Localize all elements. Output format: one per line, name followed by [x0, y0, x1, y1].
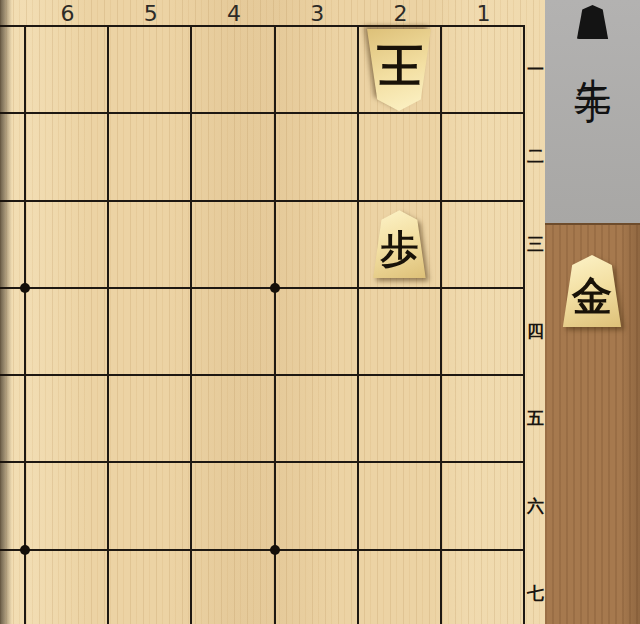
- cell-3-六[interactable]: [276, 463, 359, 550]
- cell-5-五[interactable]: [109, 376, 192, 463]
- gold-general-glyph: 金: [572, 276, 612, 316]
- player-label: 先手: [574, 49, 611, 63]
- board-edge-shadow: [0, 0, 12, 624]
- rank-label-1: 一: [525, 27, 546, 112]
- cell-6-一[interactable]: [26, 27, 109, 114]
- cell-2-二[interactable]: [359, 114, 442, 201]
- cell-1-五[interactable]: [442, 376, 525, 463]
- cell-3-七[interactable]: [276, 551, 359, 624]
- rank-label-2: 二: [525, 114, 546, 199]
- shogi-app-screen: 654321 一二三四五六七 王歩 先手 金: [0, 0, 640, 624]
- cell-1-一[interactable]: [442, 27, 525, 114]
- cell-1-六[interactable]: [442, 463, 525, 550]
- cell-3-一[interactable]: [276, 27, 359, 114]
- player-panel: 先手: [545, 0, 640, 223]
- cell-6-六[interactable]: [26, 463, 109, 550]
- cell-5-三[interactable]: [109, 202, 192, 289]
- rank-label-3: 三: [525, 202, 546, 287]
- sente-piece-icon: [576, 5, 610, 39]
- cell-2-四[interactable]: [359, 289, 442, 376]
- hand-tray: 金: [545, 223, 640, 624]
- cell-3-二[interactable]: [276, 114, 359, 201]
- cell-6-三[interactable]: [26, 202, 109, 289]
- cell-6-四[interactable]: [26, 289, 109, 376]
- piece-gote-king[interactable]: 王: [365, 29, 433, 111]
- piece-body: 王: [365, 29, 433, 111]
- cell-6-二[interactable]: [26, 114, 109, 201]
- piece-body: 歩: [371, 210, 427, 278]
- board-grid: [0, 25, 525, 624]
- file-label-1: 1: [442, 0, 525, 25]
- pawn-glyph: 歩: [380, 230, 418, 268]
- king-glyph: 王: [376, 42, 422, 88]
- star-point: [270, 545, 280, 555]
- cell-4-二[interactable]: [192, 114, 275, 201]
- cell-3-四[interactable]: [276, 289, 359, 376]
- cell-1-二[interactable]: [442, 114, 525, 201]
- cell-3-五[interactable]: [276, 376, 359, 463]
- rank-label-6: 六: [525, 464, 546, 549]
- cell-1-七[interactable]: [442, 551, 525, 624]
- cell-5-二[interactable]: [109, 114, 192, 201]
- file-label-2: 2: [359, 0, 442, 25]
- file-label-5: 5: [109, 0, 192, 25]
- star-point: [270, 283, 280, 293]
- cell-1-三[interactable]: [442, 202, 525, 289]
- cell-5-四[interactable]: [109, 289, 192, 376]
- shogi-board: 654321 一二三四五六七 王歩: [0, 0, 546, 624]
- star-point: [20, 545, 30, 555]
- cell-3-三[interactable]: [276, 202, 359, 289]
- cell-2-六[interactable]: [359, 463, 442, 550]
- rank-label-7: 七: [525, 551, 546, 624]
- star-point: [20, 283, 30, 293]
- file-label-6: 6: [26, 0, 109, 25]
- cell-4-三[interactable]: [192, 202, 275, 289]
- piece-body: 金: [561, 255, 623, 327]
- cell-5-六[interactable]: [109, 463, 192, 550]
- file-label-3: 3: [276, 0, 359, 25]
- cell-5-一[interactable]: [109, 27, 192, 114]
- cell-6-五[interactable]: [26, 376, 109, 463]
- cell-4-六[interactable]: [192, 463, 275, 550]
- rank-label-4: 四: [525, 289, 546, 374]
- rank-label-5: 五: [525, 376, 546, 461]
- cell-5-七[interactable]: [109, 551, 192, 624]
- cell-2-七[interactable]: [359, 551, 442, 624]
- sidebar: 先手 金: [545, 0, 640, 624]
- piece-sente-pawn[interactable]: 歩: [371, 210, 427, 278]
- hand-piece-gold[interactable]: 金: [561, 255, 623, 327]
- cell-4-五[interactable]: [192, 376, 275, 463]
- cell-4-一[interactable]: [192, 27, 275, 114]
- cell-2-五[interactable]: [359, 376, 442, 463]
- cell-4-七[interactable]: [192, 551, 275, 624]
- file-label-4: 4: [192, 0, 275, 25]
- cell-1-四[interactable]: [442, 289, 525, 376]
- cell-6-七[interactable]: [26, 551, 109, 624]
- cell-4-四[interactable]: [192, 289, 275, 376]
